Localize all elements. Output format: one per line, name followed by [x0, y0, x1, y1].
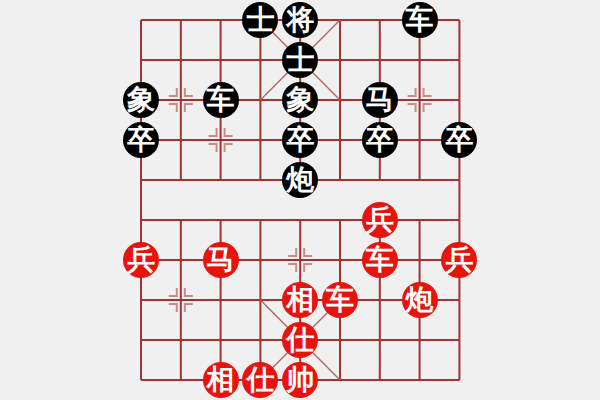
- board-point-3-0[interactable]: 士: [240, 0, 280, 40]
- board-point-0-4[interactable]: [121, 160, 161, 200]
- board-point-5-9[interactable]: [320, 360, 360, 400]
- piece-red-advisor[interactable]: 仕: [242, 362, 278, 398]
- piece-black-advisor[interactable]: 士: [242, 2, 278, 38]
- board-point-8-5[interactable]: [439, 200, 479, 240]
- piece-glyph: 兵: [366, 206, 394, 234]
- piece-red-soldier[interactable]: 兵: [362, 202, 398, 238]
- board-point-0-7[interactable]: [121, 280, 161, 320]
- board-point-5-7[interactable]: 车: [320, 280, 360, 320]
- board-point-6-4[interactable]: [360, 160, 400, 200]
- piece-glyph: 卒: [127, 126, 155, 154]
- board-point-3-4[interactable]: [240, 160, 280, 200]
- piece-glyph: 将: [286, 6, 314, 34]
- board-point-1-1[interactable]: [161, 40, 201, 80]
- board-point-7-5[interactable]: [400, 200, 440, 240]
- board-point-4-7[interactable]: 相: [280, 280, 320, 320]
- board-point-6-9[interactable]: [360, 360, 400, 400]
- board-point-6-6[interactable]: 车: [360, 240, 400, 280]
- board-point-1-4[interactable]: [161, 160, 201, 200]
- board-point-5-2[interactable]: [320, 80, 360, 120]
- board-point-1-7[interactable]: [161, 280, 201, 320]
- piece-glyph: 士: [286, 46, 314, 74]
- piece-red-soldier[interactable]: 兵: [441, 242, 477, 278]
- board-point-1-8[interactable]: [161, 320, 201, 360]
- board-point-8-3[interactable]: 卒: [439, 120, 479, 160]
- board-point-8-6[interactable]: 兵: [439, 240, 479, 280]
- board-point-0-2[interactable]: 象: [121, 80, 161, 120]
- board-point-3-5[interactable]: [240, 200, 280, 240]
- board-point-6-3[interactable]: 卒: [360, 120, 400, 160]
- board-point-4-2[interactable]: 象: [280, 80, 320, 120]
- board-point-4-4[interactable]: 炮: [280, 160, 320, 200]
- board-point-8-1[interactable]: [439, 40, 479, 80]
- piece-glyph: 相: [207, 366, 235, 394]
- piece-black-chariot[interactable]: 车: [402, 2, 438, 38]
- board-point-8-8[interactable]: [439, 320, 479, 360]
- board-point-7-7[interactable]: 炮: [400, 280, 440, 320]
- piece-glyph: 卒: [286, 126, 314, 154]
- board-point-8-7[interactable]: [439, 280, 479, 320]
- board-point-7-1[interactable]: [400, 40, 440, 80]
- board-point-5-6[interactable]: [320, 240, 360, 280]
- board-points: 士将车士象车象马卒卒卒卒炮兵兵马车兵相车炮仕相仕帅: [121, 0, 479, 400]
- board-point-0-9[interactable]: [121, 360, 161, 400]
- board-point-8-0[interactable]: [439, 0, 479, 40]
- board-point-4-9[interactable]: 帅: [280, 360, 320, 400]
- board-point-4-0[interactable]: 将: [280, 0, 320, 40]
- piece-black-chariot[interactable]: 车: [203, 82, 239, 118]
- piece-glyph: 卒: [445, 126, 473, 154]
- piece-red-advisor[interactable]: 仕: [282, 322, 318, 358]
- piece-glyph: 仕: [246, 366, 274, 394]
- piece-glyph: 炮: [406, 286, 434, 314]
- board-point-5-1[interactable]: [320, 40, 360, 80]
- board-point-6-8[interactable]: [360, 320, 400, 360]
- board-point-4-3[interactable]: 卒: [280, 120, 320, 160]
- board-point-6-1[interactable]: [360, 40, 400, 80]
- board-point-3-7[interactable]: [240, 280, 280, 320]
- board-point-2-7[interactable]: [201, 280, 241, 320]
- board-point-2-5[interactable]: [201, 200, 241, 240]
- piece-glyph: 仕: [286, 326, 314, 354]
- board-point-5-8[interactable]: [320, 320, 360, 360]
- piece-glyph: 车: [406, 6, 434, 34]
- piece-red-general[interactable]: 帅: [282, 362, 318, 398]
- board-point-5-0[interactable]: [320, 0, 360, 40]
- piece-glyph: 士: [246, 6, 274, 34]
- board-point-0-8[interactable]: [121, 320, 161, 360]
- board-point-7-8[interactable]: [400, 320, 440, 360]
- board-point-1-5[interactable]: [161, 200, 201, 240]
- piece-black-elephant[interactable]: 象: [282, 82, 318, 118]
- piece-red-soldier[interactable]: 兵: [123, 242, 159, 278]
- piece-red-horse[interactable]: 马: [203, 242, 239, 278]
- board-point-0-6[interactable]: 兵: [121, 240, 161, 280]
- piece-glyph: 帅: [286, 366, 314, 394]
- board-point-5-3[interactable]: [320, 120, 360, 160]
- board-point-6-0[interactable]: [360, 0, 400, 40]
- piece-red-chariot[interactable]: 车: [362, 242, 398, 278]
- board-point-7-6[interactable]: [400, 240, 440, 280]
- board-point-8-9[interactable]: [439, 360, 479, 400]
- board-point-2-1[interactable]: [201, 40, 241, 80]
- board-point-1-2[interactable]: [161, 80, 201, 120]
- board-point-3-1[interactable]: [240, 40, 280, 80]
- board-point-8-2[interactable]: [439, 80, 479, 120]
- board-point-7-4[interactable]: [400, 160, 440, 200]
- piece-glyph: 兵: [127, 246, 155, 274]
- piece-red-chariot[interactable]: 车: [322, 282, 358, 318]
- piece-glyph: 象: [286, 86, 314, 114]
- board-point-3-8[interactable]: [240, 320, 280, 360]
- board-point-3-9[interactable]: 仕: [240, 360, 280, 400]
- piece-glyph: 兵: [445, 246, 473, 274]
- piece-black-horse[interactable]: 马: [362, 82, 398, 118]
- board-point-7-3[interactable]: [400, 120, 440, 160]
- board-point-4-6[interactable]: [280, 240, 320, 280]
- piece-glyph: 车: [366, 246, 394, 274]
- piece-red-cannon[interactable]: 炮: [402, 282, 438, 318]
- board-point-6-2[interactable]: 马: [360, 80, 400, 120]
- piece-glyph: 卒: [366, 126, 394, 154]
- piece-black-soldier[interactable]: 卒: [362, 122, 398, 158]
- board-point-0-3[interactable]: 卒: [121, 120, 161, 160]
- board-point-8-4[interactable]: [439, 160, 479, 200]
- board-point-3-3[interactable]: [240, 120, 280, 160]
- board-point-7-9[interactable]: [400, 360, 440, 400]
- piece-black-general[interactable]: 将: [282, 2, 318, 38]
- piece-glyph: 象: [127, 86, 155, 114]
- board-point-7-2[interactable]: [400, 80, 440, 120]
- board-point-1-6[interactable]: [161, 240, 201, 280]
- board-point-4-8[interactable]: 仕: [280, 320, 320, 360]
- piece-black-soldier[interactable]: 卒: [441, 122, 477, 158]
- board-point-2-2[interactable]: 车: [201, 80, 241, 120]
- board-point-0-5[interactable]: [121, 200, 161, 240]
- piece-glyph: 炮: [286, 166, 314, 194]
- board-point-1-3[interactable]: [161, 120, 201, 160]
- board-point-3-2[interactable]: [240, 80, 280, 120]
- board-point-3-6[interactable]: [240, 240, 280, 280]
- piece-black-soldier[interactable]: 卒: [282, 122, 318, 158]
- board-point-4-1[interactable]: 士: [280, 40, 320, 80]
- xiangqi-board: 士将车士象车象马卒卒卒卒炮兵兵马车兵相车炮仕相仕帅: [0, 0, 600, 400]
- piece-red-elephant[interactable]: 相: [203, 362, 239, 398]
- piece-glyph: 马: [207, 246, 235, 274]
- piece-black-soldier[interactable]: 卒: [123, 122, 159, 158]
- board-point-5-5[interactable]: [320, 200, 360, 240]
- board-point-4-5[interactable]: [280, 200, 320, 240]
- board-point-5-4[interactable]: [320, 160, 360, 200]
- piece-black-elephant[interactable]: 象: [123, 82, 159, 118]
- board-point-2-4[interactable]: [201, 160, 241, 200]
- board-point-6-7[interactable]: [360, 280, 400, 320]
- piece-glyph: 车: [326, 286, 354, 314]
- piece-glyph: 车: [207, 86, 235, 114]
- board-point-2-3[interactable]: [201, 120, 241, 160]
- board-point-2-0[interactable]: [201, 0, 241, 40]
- piece-glyph: 马: [366, 86, 394, 114]
- board-point-0-1[interactable]: [121, 40, 161, 80]
- board-point-2-9[interactable]: 相: [201, 360, 241, 400]
- board-point-0-0[interactable]: [121, 0, 161, 40]
- board-point-2-6[interactable]: 马: [201, 240, 241, 280]
- board-point-1-9[interactable]: [161, 360, 201, 400]
- piece-red-elephant[interactable]: 相: [282, 282, 318, 318]
- piece-glyph: 相: [286, 286, 314, 314]
- piece-black-cannon[interactable]: 炮: [282, 162, 318, 198]
- piece-black-advisor[interactable]: 士: [282, 42, 318, 78]
- board-point-1-0[interactable]: [161, 0, 201, 40]
- board-point-7-0[interactable]: 车: [400, 0, 440, 40]
- board-point-6-5[interactable]: 兵: [360, 200, 400, 240]
- board-point-2-8[interactable]: [201, 320, 241, 360]
